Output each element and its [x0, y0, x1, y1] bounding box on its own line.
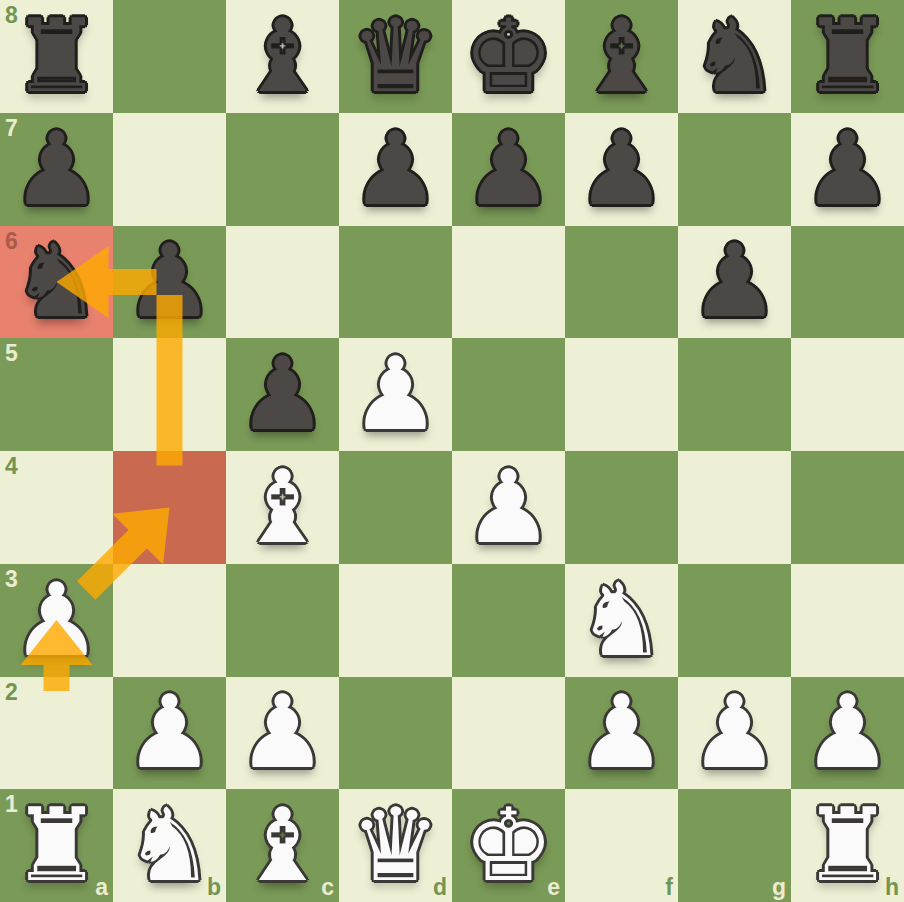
square-e4[interactable]: ♟ [452, 451, 565, 564]
rank-label-6: 6 [5, 228, 18, 255]
black-pawn[interactable]: ♟ [226, 338, 339, 451]
black-king[interactable]: ♚ [452, 0, 565, 113]
square-c8[interactable]: ♝ [226, 0, 339, 113]
square-e2[interactable] [452, 677, 565, 790]
white-pawn[interactable]: ♟ [565, 677, 678, 790]
square-h7[interactable]: ♟ [791, 113, 904, 226]
black-bishop[interactable]: ♝ [565, 0, 678, 113]
square-f8[interactable]: ♝ [565, 0, 678, 113]
square-a2[interactable]: 2 [0, 677, 113, 790]
rank-label-3: 3 [5, 566, 18, 593]
file-label-a: a [95, 874, 108, 901]
file-label-d: d [433, 874, 447, 901]
chess-board: 8♜♝♛♚♝♞♜7♟♟♟♟♟6♞♟♟5♟♟4♝♟3♟♞2♟♟♟♟♟1a♜b♞c♝… [0, 0, 904, 902]
rank-label-1: 1 [5, 791, 18, 818]
square-e1[interactable]: e♚ [452, 789, 565, 902]
square-d7[interactable]: ♟ [339, 113, 452, 226]
square-d1[interactable]: d♛ [339, 789, 452, 902]
square-f7[interactable]: ♟ [565, 113, 678, 226]
file-label-b: b [207, 874, 221, 901]
square-h6[interactable] [791, 226, 904, 339]
square-a3[interactable]: 3♟ [0, 564, 113, 677]
rank-label-4: 4 [5, 453, 18, 480]
square-h1[interactable]: h♜ [791, 789, 904, 902]
rank-label-8: 8 [5, 2, 18, 29]
square-d5[interactable]: ♟ [339, 338, 452, 451]
white-bishop[interactable]: ♝ [226, 451, 339, 564]
white-pawn[interactable]: ♟ [226, 677, 339, 790]
square-c4[interactable]: ♝ [226, 451, 339, 564]
white-pawn[interactable]: ♟ [113, 677, 226, 790]
white-knight[interactable]: ♞ [565, 564, 678, 677]
black-bishop[interactable]: ♝ [226, 0, 339, 113]
square-a6[interactable]: 6♞ [0, 226, 113, 339]
square-c1[interactable]: c♝ [226, 789, 339, 902]
square-c7[interactable] [226, 113, 339, 226]
black-rook[interactable]: ♜ [791, 0, 904, 113]
square-g8[interactable]: ♞ [678, 0, 791, 113]
square-h5[interactable] [791, 338, 904, 451]
square-h2[interactable]: ♟ [791, 677, 904, 790]
white-pawn[interactable]: ♟ [791, 677, 904, 790]
square-a8[interactable]: 8♜ [0, 0, 113, 113]
file-label-c: c [321, 874, 334, 901]
chess-board-container: 8♜♝♛♚♝♞♜7♟♟♟♟♟6♞♟♟5♟♟4♝♟3♟♞2♟♟♟♟♟1a♜b♞c♝… [0, 0, 904, 902]
square-e5[interactable] [452, 338, 565, 451]
square-d2[interactable] [339, 677, 452, 790]
square-b1[interactable]: b♞ [113, 789, 226, 902]
file-label-f: f [665, 874, 673, 901]
square-e6[interactable] [452, 226, 565, 339]
square-b8[interactable] [113, 0, 226, 113]
square-a1[interactable]: 1a♜ [0, 789, 113, 902]
square-f3[interactable]: ♞ [565, 564, 678, 677]
square-f6[interactable] [565, 226, 678, 339]
square-c2[interactable]: ♟ [226, 677, 339, 790]
square-a4[interactable]: 4 [0, 451, 113, 564]
rank-label-5: 5 [5, 340, 18, 367]
square-a5[interactable]: 5 [0, 338, 113, 451]
black-queen[interactable]: ♛ [339, 0, 452, 113]
rank-label-2: 2 [5, 679, 18, 706]
white-pawn[interactable]: ♟ [678, 677, 791, 790]
square-b4[interactable] [113, 451, 226, 564]
square-f1[interactable]: f [565, 789, 678, 902]
square-b5[interactable] [113, 338, 226, 451]
square-f2[interactable]: ♟ [565, 677, 678, 790]
square-h8[interactable]: ♜ [791, 0, 904, 113]
square-d8[interactable]: ♛ [339, 0, 452, 113]
black-pawn[interactable]: ♟ [565, 113, 678, 226]
file-label-h: h [885, 874, 899, 901]
square-g1[interactable]: g [678, 789, 791, 902]
square-b7[interactable] [113, 113, 226, 226]
square-c5[interactable]: ♟ [226, 338, 339, 451]
square-h3[interactable] [791, 564, 904, 677]
white-pawn[interactable]: ♟ [452, 451, 565, 564]
square-c3[interactable] [226, 564, 339, 677]
square-e3[interactable] [452, 564, 565, 677]
square-c6[interactable] [226, 226, 339, 339]
black-pawn[interactable]: ♟ [452, 113, 565, 226]
square-e7[interactable]: ♟ [452, 113, 565, 226]
square-g3[interactable] [678, 564, 791, 677]
black-pawn[interactable]: ♟ [678, 226, 791, 339]
square-d6[interactable] [339, 226, 452, 339]
square-g6[interactable]: ♟ [678, 226, 791, 339]
square-b6[interactable]: ♟ [113, 226, 226, 339]
black-pawn[interactable]: ♟ [339, 113, 452, 226]
square-b3[interactable] [113, 564, 226, 677]
square-a7[interactable]: 7♟ [0, 113, 113, 226]
square-d3[interactable] [339, 564, 452, 677]
rank-label-7: 7 [5, 115, 18, 142]
square-g4[interactable] [678, 451, 791, 564]
square-f5[interactable] [565, 338, 678, 451]
square-h4[interactable] [791, 451, 904, 564]
black-pawn[interactable]: ♟ [791, 113, 904, 226]
black-knight[interactable]: ♞ [678, 0, 791, 113]
square-b2[interactable]: ♟ [113, 677, 226, 790]
file-label-g: g [772, 874, 786, 901]
square-g2[interactable]: ♟ [678, 677, 791, 790]
square-d4[interactable] [339, 451, 452, 564]
square-g7[interactable] [678, 113, 791, 226]
square-f4[interactable] [565, 451, 678, 564]
black-pawn[interactable]: ♟ [113, 226, 226, 339]
square-g5[interactable] [678, 338, 791, 451]
square-e8[interactable]: ♚ [452, 0, 565, 113]
white-pawn[interactable]: ♟ [339, 338, 452, 451]
file-label-e: e [547, 874, 560, 901]
